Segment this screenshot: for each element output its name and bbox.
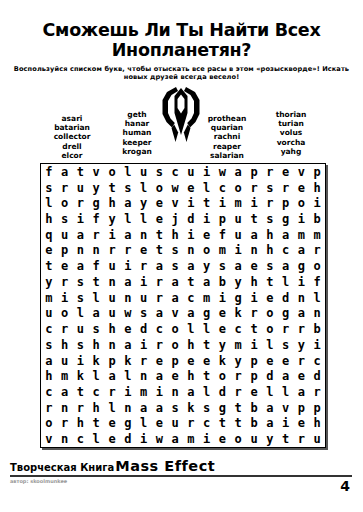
grid-cell: a (230, 258, 246, 274)
word-list-item: asari (62, 114, 83, 123)
grid-cell: l (262, 337, 278, 353)
grid-cell: s (73, 274, 89, 290)
grid-cell: o (41, 416, 57, 432)
grid-cell: y (41, 274, 57, 290)
grid-cell: p (57, 243, 73, 259)
grid-cell: r (151, 337, 167, 353)
grid-cell: l (136, 416, 152, 432)
grid-cell: s (167, 243, 183, 259)
grid-cell: i (104, 227, 120, 243)
grid-cell: a (73, 258, 89, 274)
grid-cell: i (246, 337, 262, 353)
grid-cell: y (230, 274, 246, 290)
grid-cell: p (293, 400, 309, 416)
grid-cell: o (262, 306, 278, 322)
grid-cell: d (278, 290, 294, 306)
grid-cell: l (104, 400, 120, 416)
grid-cell: c (199, 416, 215, 432)
word-list-item: geth (127, 110, 146, 119)
grid-cell: e (293, 180, 309, 196)
grid-cell: u (104, 290, 120, 306)
grid-cell: a (293, 306, 309, 322)
grid-cell: c (41, 384, 57, 400)
grid-cell: l (278, 274, 294, 290)
grid-cell: c (41, 321, 57, 337)
grid-cell: i (57, 290, 73, 306)
grid-cell: t (199, 368, 215, 384)
grid-cell: i (136, 337, 152, 353)
word-list-item: elcor (62, 151, 83, 160)
word-list-item: human (123, 128, 152, 137)
grid-cell: y (262, 431, 278, 447)
grid-cell: u (41, 306, 57, 322)
grid-cell: l (88, 368, 104, 384)
grid-cell: i (246, 290, 262, 306)
grid-cell: a (183, 306, 199, 322)
grid-cell: v (167, 306, 183, 322)
grid-cell: h (88, 337, 104, 353)
grid-cell: v (88, 164, 104, 180)
grid-cell: a (246, 227, 262, 243)
grid-cell: r (136, 258, 152, 274)
grid-cell: r (230, 368, 246, 384)
grid-cell: r (41, 400, 57, 416)
grid-cell: r (293, 353, 309, 369)
word-list: asaribatariancollectordrellelcorgethhana… (0, 108, 363, 164)
footer-title-row: Творческая Книга Mass Effect (10, 458, 352, 477)
grid-cell: r (104, 243, 120, 259)
grid-cell: u (104, 306, 120, 322)
grid-cell: w (120, 306, 136, 322)
grid-cell: r (57, 416, 73, 432)
grid-cell: a (278, 368, 294, 384)
grid-cell: e (151, 353, 167, 369)
grid-cell: e (57, 258, 73, 274)
grid-cell: y (104, 211, 120, 227)
grid-cell: a (293, 384, 309, 400)
grid-cell: r (151, 290, 167, 306)
grid-cell: b (246, 416, 262, 432)
grid-cell: c (88, 384, 104, 400)
grid-cell: m (309, 227, 325, 243)
grid-cell: a (120, 227, 136, 243)
grid-cell: e (262, 353, 278, 369)
grid-cell: a (41, 353, 57, 369)
grid-cell: g (293, 258, 309, 274)
grid-cell: r (246, 180, 262, 196)
word-list-item: thorian (276, 110, 307, 119)
grid-cell: h (246, 274, 262, 290)
grid-cell: e (199, 227, 215, 243)
grid-cell: u (73, 321, 89, 337)
grid-cell: a (167, 290, 183, 306)
grid-cell: s (73, 290, 89, 306)
grid-cell: e (151, 195, 167, 211)
grid-cell: g (199, 306, 215, 322)
grid-cell: i (278, 416, 294, 432)
subtitle: Воспользуйся списком букв, чтобы отыскат… (4, 65, 359, 81)
grid-cell: l (120, 368, 136, 384)
grid-cell: b (246, 400, 262, 416)
grid-cell: e (183, 180, 199, 196)
grid-cell: e (262, 290, 278, 306)
word-list-item: krogan (122, 147, 152, 156)
grid-cell: r (88, 227, 104, 243)
grid-cell: k (120, 353, 136, 369)
grid-cell: i (151, 384, 167, 400)
grid-cell: m (230, 195, 246, 211)
grid-cell: e (246, 384, 262, 400)
grid-cell: a (230, 164, 246, 180)
grid-cell: e (104, 431, 120, 447)
grid-cell: h (104, 195, 120, 211)
footer-author: автор: skoolmunkee (10, 478, 67, 484)
word-list-item: yahg (281, 147, 302, 156)
grid-cell: y (136, 195, 152, 211)
grid-cell: k (88, 353, 104, 369)
grid-cell: e (151, 416, 167, 432)
grid-cell: o (230, 180, 246, 196)
grid-cell: t (73, 384, 89, 400)
grid-cell: a (262, 400, 278, 416)
grid-cell: r (293, 431, 309, 447)
grid-cell: o (215, 368, 231, 384)
grid-cell: a (278, 258, 294, 274)
grid-cell: h (183, 337, 199, 353)
grid-cell: i (199, 211, 215, 227)
grid-cell: o (309, 258, 325, 274)
grid-cell: e (167, 368, 183, 384)
grid-cell: s (41, 337, 57, 353)
grid-cell: s (278, 337, 294, 353)
grid-cell: f (41, 164, 57, 180)
page-title: Сможешь Ли Ты Найти Всех Инопланетян? (0, 20, 363, 60)
grid-cell: k (183, 400, 199, 416)
grid-cell: l (73, 306, 89, 322)
grid-cell: g (278, 211, 294, 227)
grid-cell: r (57, 321, 73, 337)
grid-cell: n (183, 243, 199, 259)
grid-cell: a (120, 195, 136, 211)
grid-cell: t (73, 164, 89, 180)
grid-cell: o (57, 195, 73, 211)
grid-cell: t (230, 400, 246, 416)
grid-cell: a (278, 227, 294, 243)
grid-cell: a (199, 274, 215, 290)
grid-cell: n (57, 400, 73, 416)
footer-series-title: Mass Effect (115, 458, 215, 474)
grid-cell: n (104, 274, 120, 290)
grid-cell: u (57, 227, 73, 243)
grid-cell: r (120, 243, 136, 259)
grid-cell: r (293, 321, 309, 337)
grid-cell: t (151, 227, 167, 243)
grid-cell: s (199, 400, 215, 416)
grid-cell: a (120, 337, 136, 353)
grid-cell: l (136, 211, 152, 227)
grid-cell: m (136, 384, 152, 400)
grid-cell: d (183, 211, 199, 227)
grid-cell: t (183, 274, 199, 290)
grid-cell: a (120, 274, 136, 290)
grid-cell: h (104, 321, 120, 337)
grid-cell: p (246, 368, 262, 384)
grid-cell: h (183, 368, 199, 384)
grid-cell: h (167, 227, 183, 243)
grid-cell: o (57, 306, 73, 322)
grid-cell: a (183, 384, 199, 400)
grid-cell: n (309, 306, 325, 322)
page-number: 4 (340, 478, 350, 494)
grid-cell: h (262, 243, 278, 259)
grid-cell: t (151, 243, 167, 259)
grid-cell: l (309, 290, 325, 306)
grid-cell: e (120, 321, 136, 337)
grid-cell: m (230, 337, 246, 353)
grid-cell: t (278, 431, 294, 447)
grid-cell: t (230, 416, 246, 432)
grid-cell: l (199, 180, 215, 196)
word-list-item: hanar (125, 119, 150, 128)
grid-cell: g (215, 400, 231, 416)
grid-cell: i (309, 195, 325, 211)
grid-cell: p (246, 353, 262, 369)
grid-cell: a (57, 164, 73, 180)
grid-cell: y (230, 353, 246, 369)
grid-cell: i (120, 258, 136, 274)
grid-cell: c (215, 180, 231, 196)
grid-cell: n (136, 227, 152, 243)
grid-cell: p (104, 353, 120, 369)
grid-cell: p (309, 164, 325, 180)
grid-cell: i (183, 227, 199, 243)
grid-cell: t (199, 337, 215, 353)
grid-cell: m (183, 431, 199, 447)
grid-cell: p (278, 195, 294, 211)
grid-cell: l (183, 321, 199, 337)
grid-cell: d (215, 384, 231, 400)
grid-cell: a (136, 400, 152, 416)
grid-cell: r (73, 195, 89, 211)
grid-cell: r (183, 416, 199, 432)
grid-cell: j (167, 211, 183, 227)
grid-cell: i (199, 431, 215, 447)
grid-cell: s (57, 211, 73, 227)
grid-cell: b (309, 211, 325, 227)
grid-cell: m (293, 227, 309, 243)
grid-cell: r (104, 384, 120, 400)
grid-cell: u (230, 211, 246, 227)
grid-cell: a (293, 243, 309, 259)
grid-cell: u (246, 431, 262, 447)
grid-cell: a (104, 368, 120, 384)
grid-cell: g (230, 290, 246, 306)
grid-cell: s (151, 164, 167, 180)
grid-cell: i (120, 384, 136, 400)
grid-cell: t (215, 416, 231, 432)
grid-cell: a (167, 274, 183, 290)
grid-cell: c (73, 431, 89, 447)
grid-cell: w (215, 164, 231, 180)
grid-cell: i (73, 353, 89, 369)
grid-cell: u (136, 290, 152, 306)
grid-cell: o (293, 195, 309, 211)
grid-cell: p (309, 400, 325, 416)
grid-cell: i (293, 211, 309, 227)
grid-cell: v (293, 164, 309, 180)
grid-cell: u (57, 353, 73, 369)
word-list-item: reaper (213, 142, 241, 151)
grid-cell: f (215, 227, 231, 243)
grid-cell: w (151, 431, 167, 447)
word-search-grid: fatvoluscuiwaprevpsruytslowelcorsrehlorg… (40, 163, 326, 448)
grid-cell: i (136, 431, 152, 447)
grid-cell: k (230, 306, 246, 322)
word-list-item: turian (278, 119, 304, 128)
grid-cell: e (278, 353, 294, 369)
grid-cell: e (278, 164, 294, 180)
grid-cell: i (136, 274, 152, 290)
grid-cell: y (293, 337, 309, 353)
grid-cell: a (151, 400, 167, 416)
grid-cell: i (73, 211, 89, 227)
word-list-column: thorianturianvolusvorchayahg (251, 110, 331, 156)
grid-cell: d (309, 368, 325, 384)
grid-cell: u (183, 164, 199, 180)
word-list-item: batarian (54, 123, 90, 132)
grid-cell: m (57, 368, 73, 384)
grid-cell: f (88, 211, 104, 227)
grid-cell: c (167, 164, 183, 180)
grid-cell: y (215, 337, 231, 353)
grid-cell: o (262, 321, 278, 337)
grid-cell: r (262, 195, 278, 211)
grid-cell: a (73, 227, 89, 243)
grid-cell: s (167, 400, 183, 416)
grid-cell: p (167, 353, 183, 369)
grid-cell: s (262, 258, 278, 274)
grid-cell: r (73, 400, 89, 416)
grid-cell: t (199, 195, 215, 211)
footer-series-label: Творческая Книга (10, 462, 114, 473)
grid-cell: e (183, 353, 199, 369)
grid-cell: e (215, 321, 231, 337)
grid-cell: k (215, 353, 231, 369)
grid-cell: d (120, 431, 136, 447)
grid-cell: e (41, 243, 57, 259)
grid-cell: s (41, 180, 57, 196)
grid-cell: e (293, 416, 309, 432)
word-list-item: quarian (211, 123, 243, 132)
grid-cell: l (88, 290, 104, 306)
grid-cell: h (262, 227, 278, 243)
grid-cell: v (167, 195, 183, 211)
grid-cell: r (151, 274, 167, 290)
grid-cell: n (104, 337, 120, 353)
grid-cell: r (309, 243, 325, 259)
word-list-item: drell (62, 142, 81, 151)
grid-cell: e (215, 306, 231, 322)
grid-cell: b (309, 321, 325, 337)
footer: Творческая Книга Mass Effect автор: skoo… (10, 458, 352, 494)
grid-cell: a (88, 306, 104, 322)
grid-cell: n (167, 384, 183, 400)
grid-cell: n (88, 243, 104, 259)
grid-cell: f (88, 258, 104, 274)
grid-cell: o (151, 180, 167, 196)
grid-cell: a (183, 258, 199, 274)
grid-cell: s (73, 337, 89, 353)
grid-cell: h (309, 180, 325, 196)
grid-cell: d (136, 321, 152, 337)
grid-cell: s (88, 321, 104, 337)
grid-cell: p (246, 164, 262, 180)
grid-cell: g (278, 306, 294, 322)
grid-cell: t (41, 258, 57, 274)
grid-cell: y (88, 180, 104, 196)
grid-cell: c (183, 290, 199, 306)
grid-cell: h (309, 416, 325, 432)
grid-cell: c (309, 353, 325, 369)
grid-cell: e (136, 243, 152, 259)
grid-cell: l (262, 384, 278, 400)
grid-cell: r (278, 180, 294, 196)
grid-cell: o (167, 321, 183, 337)
grid-cell: r (57, 274, 73, 290)
grid-cell: a (151, 368, 167, 384)
grid-cell: p (215, 211, 231, 227)
grid-cell: u (104, 258, 120, 274)
grid-cell: c (230, 321, 246, 337)
grid-cell: l (136, 180, 152, 196)
grid-cell: i (215, 195, 231, 211)
grid-cell: e (293, 368, 309, 384)
grid-cell: a (151, 258, 167, 274)
grid-cell: o (167, 337, 183, 353)
grid-cell: h (41, 368, 57, 384)
grid-cell: m (199, 290, 215, 306)
grid-cell: c (278, 243, 294, 259)
word-list-column: gethhanarhumankeeperkrogan (97, 110, 177, 156)
grid-cell: h (88, 400, 104, 416)
grid-cell: l (120, 164, 136, 180)
grid-cell: o (199, 243, 215, 259)
puzzle-page: Сможешь Ли Ты Найти Всех Инопланетян? Во… (0, 0, 363, 512)
word-list-item: vorcha (277, 138, 306, 147)
grid-cell: t (246, 321, 262, 337)
grid-cell: u (73, 180, 89, 196)
grid-cell: r (57, 180, 73, 196)
grid-cell: a (167, 431, 183, 447)
grid-cell: y (199, 258, 215, 274)
grid-cell: v (278, 400, 294, 416)
word-list-item: prothean (208, 114, 247, 123)
grid-cell: h (41, 211, 57, 227)
grid-cell: d (262, 368, 278, 384)
grid-cell: i (293, 274, 309, 290)
grid-cell: s (262, 180, 278, 196)
grid-cell: c (151, 321, 167, 337)
grid-cell: s (167, 258, 183, 274)
word-list-item: collector (54, 132, 91, 141)
grid-cell: o (230, 431, 246, 447)
grid-cell: s (215, 258, 231, 274)
grid-cell: o (104, 164, 120, 180)
grid-cell: l (41, 195, 57, 211)
grid-cell: t (262, 274, 278, 290)
grid-cell: m (41, 290, 57, 306)
word-list-item: volus (280, 128, 302, 137)
